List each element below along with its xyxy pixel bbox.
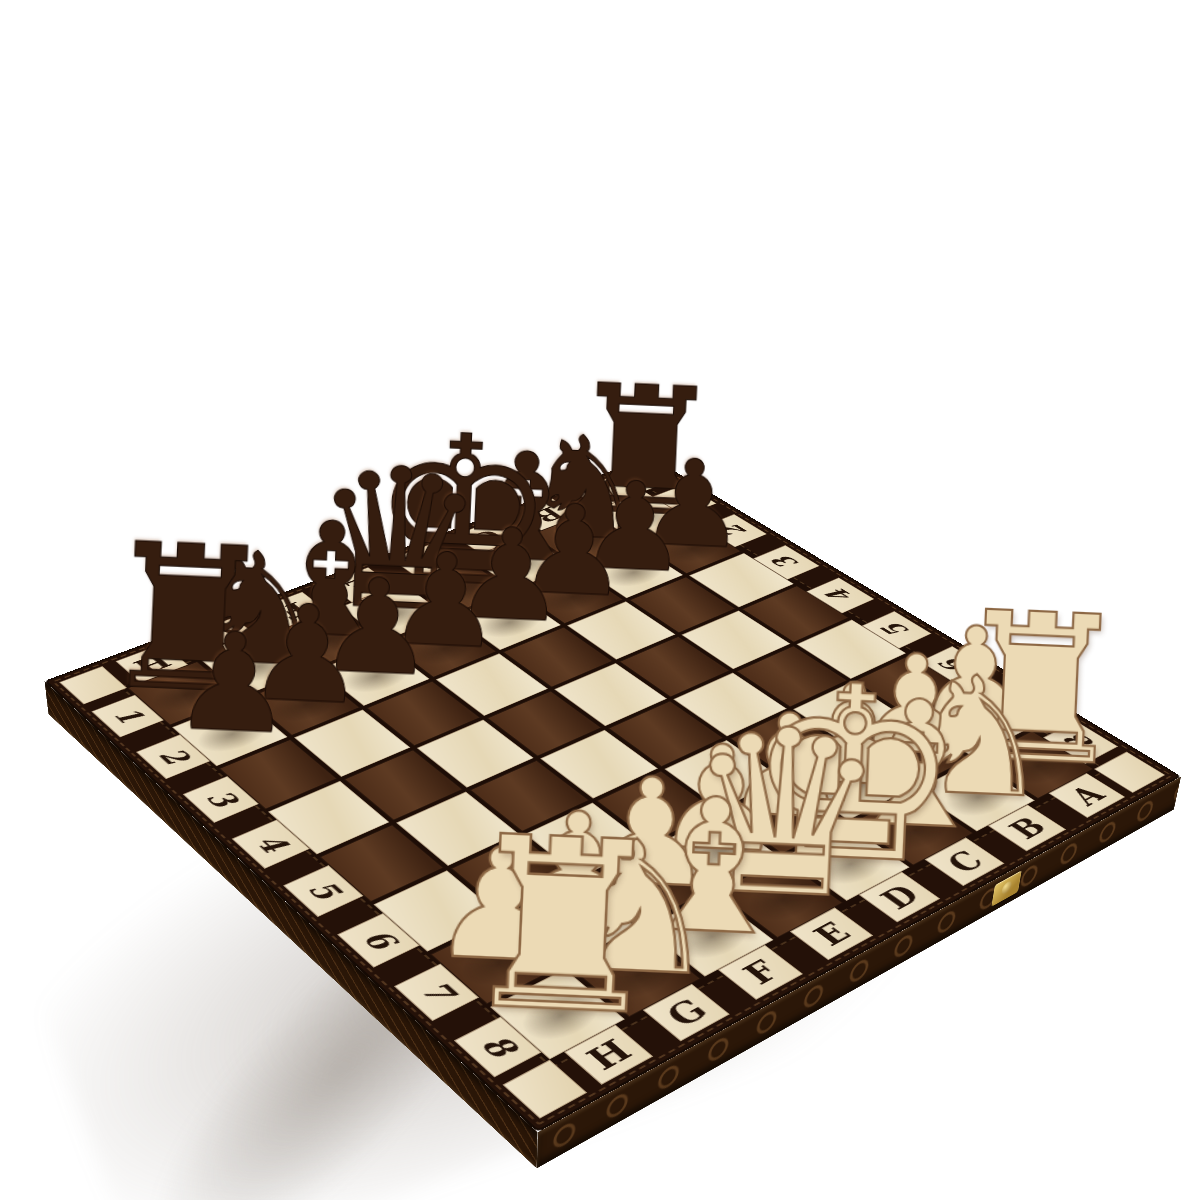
rank-label-back-3-text: 3 [769,554,804,571]
rank-label-front-4-text: 4 [249,831,292,856]
white-rook-glyph: ♜ [452,805,673,1050]
file-label-front-G-text: G [659,994,713,1031]
rank-label-front-1-text: 1 [108,705,148,726]
rank-label-front-5-text: 5 [301,878,345,904]
file-label-front-H-text: H [580,1034,638,1074]
file-label-front-B-text: B [1003,813,1052,843]
rank-label-front-2-text: 2 [153,745,194,768]
border-corner-cell-2 [502,1060,587,1119]
rank-label-front-6-text: 6 [356,926,401,954]
chess-set-photo: 1122334455667788HHGGFFEEDDCCBBAA♜♟♞♟♝♟♚♟… [0,0,1200,1200]
rank-label-front-3-text: 3 [200,787,242,811]
rank-label-front-7-text: 7 [414,977,460,1006]
